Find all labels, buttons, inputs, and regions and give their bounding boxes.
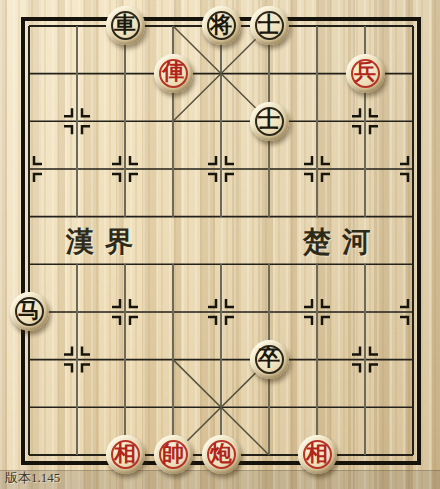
piece-glyph: 马 [18, 300, 40, 322]
piece-glyph: 卒 [258, 347, 280, 369]
piece-red-cannon[interactable]: 炮 [202, 435, 241, 474]
piece-glyph: 兵 [354, 61, 376, 83]
piece-red-elephant[interactable]: 相 [106, 435, 145, 474]
piece-black-chariot[interactable]: 車 [106, 6, 145, 45]
board[interactable]: 車将士俥兵士马卒相帥炮相 [5, 2, 437, 479]
piece-black-advisor[interactable]: 士 [250, 102, 289, 141]
piece-black-advisor[interactable]: 士 [250, 6, 289, 45]
piece-glyph: 俥 [162, 61, 184, 83]
piece-black-soldier[interactable]: 卒 [250, 340, 289, 379]
piece-red-general[interactable]: 帥 [154, 435, 193, 474]
piece-glyph: 士 [258, 109, 280, 131]
piece-glyph: 炮 [210, 443, 232, 465]
piece-glyph: 士 [258, 14, 280, 36]
piece-black-general[interactable]: 将 [202, 6, 241, 45]
version-label: 版本1.145 [5, 469, 60, 487]
piece-glyph: 車 [114, 14, 136, 36]
xiangqi-board-window: 漢界 楚河 車将士俥兵士马卒相帥炮相 版本1.145 [0, 0, 440, 489]
piece-red-elephant[interactable]: 相 [298, 435, 337, 474]
piece-glyph: 帥 [162, 443, 184, 465]
piece-glyph: 相 [306, 443, 328, 465]
piece-red-chariot[interactable]: 俥 [154, 54, 193, 93]
piece-glyph: 相 [114, 443, 136, 465]
piece-black-horse[interactable]: 马 [10, 292, 49, 331]
piece-red-soldier[interactable]: 兵 [346, 54, 385, 93]
piece-glyph: 将 [210, 14, 232, 36]
